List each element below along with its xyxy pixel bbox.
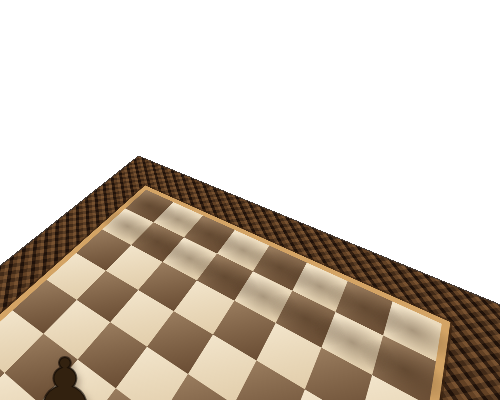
pawn-icon: ♟	[323, 147, 500, 386]
piece-white-pawn-h2: ♟	[372, 335, 436, 400]
black-pawn-foreground: ♟	[30, 348, 100, 400]
product-photo-scene: ♜♞♝♛♚♝♞♜♟♟♟♟♟♟♟♟ ♟	[0, 0, 500, 400]
